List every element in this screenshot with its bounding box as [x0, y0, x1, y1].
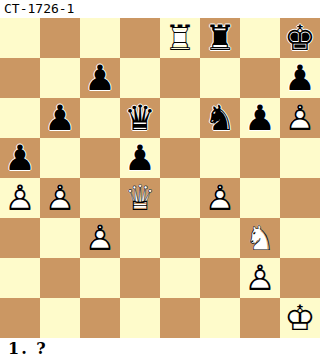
- black-pawn-piece[interactable]: ♟: [280, 58, 320, 98]
- square-g7[interactable]: [240, 58, 280, 98]
- black-pawn-piece[interactable]: ♟: [120, 138, 160, 178]
- square-b5[interactable]: [40, 138, 80, 178]
- square-d8[interactable]: [120, 18, 160, 58]
- square-f1[interactable]: [200, 298, 240, 338]
- square-a3[interactable]: [0, 218, 40, 258]
- square-b2[interactable]: [40, 258, 80, 298]
- square-e7[interactable]: [160, 58, 200, 98]
- square-a8[interactable]: [0, 18, 40, 58]
- square-c1[interactable]: [80, 298, 120, 338]
- square-a6[interactable]: [0, 98, 40, 138]
- white-pawn-piece[interactable]: ♟♙: [200, 178, 240, 218]
- square-h3[interactable]: [280, 218, 320, 258]
- move-prompt-label: 1. ?: [0, 338, 320, 360]
- square-b7[interactable]: [40, 58, 80, 98]
- square-b6[interactable]: ♟: [40, 98, 80, 138]
- square-e4[interactable]: [160, 178, 200, 218]
- white-king-piece[interactable]: ♚♔: [280, 298, 320, 338]
- white-pawn-piece[interactable]: ♟♙: [0, 178, 40, 218]
- square-g3[interactable]: ♞♘: [240, 218, 280, 258]
- square-d5[interactable]: ♟: [120, 138, 160, 178]
- square-g2[interactable]: ♟♙: [240, 258, 280, 298]
- square-d2[interactable]: [120, 258, 160, 298]
- square-c4[interactable]: [80, 178, 120, 218]
- square-h2[interactable]: [280, 258, 320, 298]
- square-h5[interactable]: [280, 138, 320, 178]
- square-b3[interactable]: [40, 218, 80, 258]
- white-pawn-piece[interactable]: ♟♙: [240, 258, 280, 298]
- square-h7[interactable]: ♟: [280, 58, 320, 98]
- square-a7[interactable]: [0, 58, 40, 98]
- square-g8[interactable]: [240, 18, 280, 58]
- square-b4[interactable]: ♟♙: [40, 178, 80, 218]
- square-c5[interactable]: [80, 138, 120, 178]
- square-h8[interactable]: ♚: [280, 18, 320, 58]
- square-a1[interactable]: [0, 298, 40, 338]
- square-f4[interactable]: ♟♙: [200, 178, 240, 218]
- square-c7[interactable]: ♟: [80, 58, 120, 98]
- square-c6[interactable]: [80, 98, 120, 138]
- white-knight-piece[interactable]: ♞♘: [240, 218, 280, 258]
- square-b8[interactable]: [40, 18, 80, 58]
- square-f3[interactable]: [200, 218, 240, 258]
- black-pawn-piece[interactable]: ♟: [80, 58, 120, 98]
- square-a4[interactable]: ♟♙: [0, 178, 40, 218]
- square-c3[interactable]: ♟♙: [80, 218, 120, 258]
- square-h6[interactable]: ♟♙: [280, 98, 320, 138]
- white-pawn-piece[interactable]: ♟♙: [280, 98, 320, 138]
- square-g4[interactable]: [240, 178, 280, 218]
- square-d6[interactable]: ♛: [120, 98, 160, 138]
- black-pawn-piece[interactable]: ♟: [40, 98, 80, 138]
- square-f7[interactable]: [200, 58, 240, 98]
- square-f2[interactable]: [200, 258, 240, 298]
- chess-puzzle-page: CT-1726-1 ♜♖♜♚♟♟♟♛♞♟♟♙♟♟♟♙♟♙♛♕♟♙♟♙♞♘♟♙♚♔…: [0, 0, 320, 360]
- black-king-piece[interactable]: ♚: [280, 18, 320, 58]
- square-f5[interactable]: [200, 138, 240, 178]
- black-queen-piece[interactable]: ♛: [120, 98, 160, 138]
- square-e5[interactable]: [160, 138, 200, 178]
- square-f8[interactable]: ♜: [200, 18, 240, 58]
- square-e2[interactable]: [160, 258, 200, 298]
- square-f6[interactable]: ♞: [200, 98, 240, 138]
- square-g6[interactable]: ♟: [240, 98, 280, 138]
- black-rook-piece[interactable]: ♜: [200, 18, 240, 58]
- square-d7[interactable]: [120, 58, 160, 98]
- square-g5[interactable]: [240, 138, 280, 178]
- white-pawn-piece[interactable]: ♟♙: [40, 178, 80, 218]
- square-a2[interactable]: [0, 258, 40, 298]
- chess-board[interactable]: ♜♖♜♚♟♟♟♛♞♟♟♙♟♟♟♙♟♙♛♕♟♙♟♙♞♘♟♙♚♔: [0, 18, 320, 338]
- square-c2[interactable]: [80, 258, 120, 298]
- white-queen-piece[interactable]: ♛♕: [120, 178, 160, 218]
- square-d1[interactable]: [120, 298, 160, 338]
- black-pawn-piece[interactable]: ♟: [240, 98, 280, 138]
- square-b1[interactable]: [40, 298, 80, 338]
- square-e3[interactable]: [160, 218, 200, 258]
- square-e1[interactable]: [160, 298, 200, 338]
- square-h4[interactable]: [280, 178, 320, 218]
- black-knight-piece[interactable]: ♞: [200, 98, 240, 138]
- square-g1[interactable]: [240, 298, 280, 338]
- square-c8[interactable]: [80, 18, 120, 58]
- square-d3[interactable]: [120, 218, 160, 258]
- white-rook-piece[interactable]: ♜♖: [160, 18, 200, 58]
- puzzle-id-label: CT-1726-1: [0, 0, 320, 18]
- square-e8[interactable]: ♜♖: [160, 18, 200, 58]
- square-e6[interactable]: [160, 98, 200, 138]
- square-a5[interactable]: ♟: [0, 138, 40, 178]
- white-pawn-piece[interactable]: ♟♙: [80, 218, 120, 258]
- square-h1[interactable]: ♚♔: [280, 298, 320, 338]
- square-d4[interactable]: ♛♕: [120, 178, 160, 218]
- black-pawn-piece[interactable]: ♟: [0, 138, 40, 178]
